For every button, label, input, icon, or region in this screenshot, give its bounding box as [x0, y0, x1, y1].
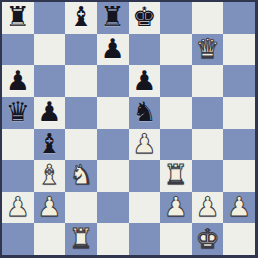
square-d7[interactable]: ♟: [97, 34, 129, 66]
square-h2[interactable]: ♟: [223, 192, 255, 224]
square-a7[interactable]: [2, 34, 34, 66]
white-pawn-piece: ♟: [195, 193, 219, 220]
square-a5[interactable]: ♛: [2, 97, 34, 129]
black-bishop-piece: ♝: [37, 130, 61, 157]
square-g4[interactable]: [192, 129, 224, 161]
square-b1[interactable]: [34, 223, 66, 255]
white-queen-piece: ♛: [195, 35, 219, 62]
square-b3[interactable]: ♝: [34, 160, 66, 192]
square-a4[interactable]: [2, 129, 34, 161]
square-e4[interactable]: ♟: [129, 129, 161, 161]
square-f6[interactable]: [160, 65, 192, 97]
white-rook-piece: ♜: [164, 161, 188, 188]
square-g5[interactable]: [192, 97, 224, 129]
square-f7[interactable]: [160, 34, 192, 66]
square-h3[interactable]: [223, 160, 255, 192]
square-b7[interactable]: [34, 34, 66, 66]
square-d2[interactable]: [97, 192, 129, 224]
square-b4[interactable]: ♝: [34, 129, 66, 161]
square-c4[interactable]: [65, 129, 97, 161]
white-knight-piece: ♞: [69, 161, 93, 188]
black-pawn-piece: ♟: [101, 35, 125, 62]
square-a2[interactable]: ♟: [2, 192, 34, 224]
square-f3[interactable]: ♜: [160, 160, 192, 192]
square-a6[interactable]: ♟: [2, 65, 34, 97]
square-b8[interactable]: [34, 2, 66, 34]
square-c5[interactable]: [65, 97, 97, 129]
black-rook-piece: ♜: [6, 3, 30, 30]
black-pawn-piece: ♟: [6, 67, 30, 94]
square-g7[interactable]: ♛: [192, 34, 224, 66]
square-g8[interactable]: [192, 2, 224, 34]
square-h8[interactable]: [223, 2, 255, 34]
black-pawn-piece: ♟: [37, 98, 61, 125]
black-rook-piece: ♜: [101, 3, 125, 30]
square-e8[interactable]: ♚: [129, 2, 161, 34]
square-a1[interactable]: [2, 223, 34, 255]
square-f1[interactable]: [160, 223, 192, 255]
square-b2[interactable]: ♟: [34, 192, 66, 224]
square-h5[interactable]: [223, 97, 255, 129]
white-pawn-piece: ♟: [227, 193, 251, 220]
white-pawn-piece: ♟: [164, 193, 188, 220]
chess-board-frame: ♜♝♜♚♟♛♟♟♛♟♞♝♟♝♞♜♟♟♟♟♟♜♚: [0, 0, 258, 258]
square-e2[interactable]: [129, 192, 161, 224]
white-king-piece: ♚: [195, 225, 219, 252]
black-pawn-piece: ♟: [132, 67, 156, 94]
square-f5[interactable]: [160, 97, 192, 129]
square-g6[interactable]: [192, 65, 224, 97]
square-d3[interactable]: [97, 160, 129, 192]
square-d5[interactable]: [97, 97, 129, 129]
square-g1[interactable]: ♚: [192, 223, 224, 255]
white-pawn-piece: ♟: [6, 193, 30, 220]
black-bishop-piece: ♝: [69, 3, 93, 30]
square-b6[interactable]: [34, 65, 66, 97]
square-e1[interactable]: [129, 223, 161, 255]
square-d4[interactable]: [97, 129, 129, 161]
square-c2[interactable]: [65, 192, 97, 224]
square-e3[interactable]: [129, 160, 161, 192]
square-d1[interactable]: [97, 223, 129, 255]
square-c6[interactable]: [65, 65, 97, 97]
square-h1[interactable]: [223, 223, 255, 255]
square-g2[interactable]: ♟: [192, 192, 224, 224]
square-a8[interactable]: ♜: [2, 2, 34, 34]
square-f8[interactable]: [160, 2, 192, 34]
black-queen-piece: ♛: [6, 98, 30, 125]
square-f4[interactable]: [160, 129, 192, 161]
square-b5[interactable]: ♟: [34, 97, 66, 129]
square-h6[interactable]: [223, 65, 255, 97]
square-g3[interactable]: [192, 160, 224, 192]
square-h7[interactable]: [223, 34, 255, 66]
square-e5[interactable]: ♞: [129, 97, 161, 129]
black-knight-piece: ♞: [132, 98, 156, 125]
square-c7[interactable]: [65, 34, 97, 66]
square-c1[interactable]: ♜: [65, 223, 97, 255]
square-c8[interactable]: ♝: [65, 2, 97, 34]
chess-board: ♜♝♜♚♟♛♟♟♛♟♞♝♟♝♞♜♟♟♟♟♟♜♚: [2, 2, 255, 255]
square-e7[interactable]: [129, 34, 161, 66]
square-d6[interactable]: [97, 65, 129, 97]
square-a3[interactable]: [2, 160, 34, 192]
square-f2[interactable]: ♟: [160, 192, 192, 224]
square-h4[interactable]: [223, 129, 255, 161]
square-d8[interactable]: ♜: [97, 2, 129, 34]
white-rook-piece: ♜: [69, 225, 93, 252]
square-e6[interactable]: ♟: [129, 65, 161, 97]
black-king-piece: ♚: [132, 3, 156, 30]
white-pawn-piece: ♟: [132, 130, 156, 157]
white-pawn-piece: ♟: [37, 193, 61, 220]
square-c3[interactable]: ♞: [65, 160, 97, 192]
white-bishop-piece: ♝: [37, 161, 61, 188]
